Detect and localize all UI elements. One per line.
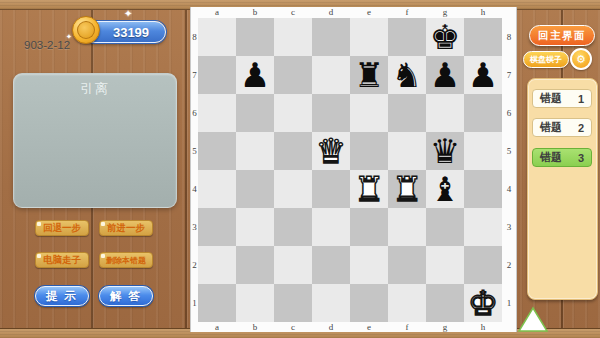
square-a2[interactable]	[198, 246, 236, 284]
file-label: b	[236, 322, 274, 332]
square-h3[interactable]	[464, 208, 502, 246]
square-c4[interactable]	[274, 170, 312, 208]
wrong-problem-label: 错题	[540, 150, 562, 165]
square-b8[interactable]	[236, 18, 274, 56]
square-a6[interactable]	[198, 94, 236, 132]
file-label: b	[236, 7, 274, 17]
square-f5[interactable]	[388, 132, 426, 170]
square-a3[interactable]	[198, 208, 236, 246]
undo-move-button[interactable]: 回退一步	[35, 220, 89, 236]
main-menu-button[interactable]: 回主界面	[529, 25, 595, 46]
square-d5[interactable]: ♛	[312, 132, 350, 170]
rank-labels-left: 87654321	[191, 18, 198, 322]
square-c1[interactable]	[274, 284, 312, 322]
square-c3[interactable]	[274, 208, 312, 246]
file-label: f	[388, 7, 426, 17]
file-label: a	[198, 7, 236, 17]
square-e2[interactable]	[350, 246, 388, 284]
square-a4[interactable]	[198, 170, 236, 208]
wrong-problem-number: 2	[578, 122, 584, 134]
puzzle-id: 903-2-12	[24, 39, 70, 51]
file-label: c	[274, 322, 312, 332]
computer-move-button[interactable]: 电脑走子	[35, 252, 89, 268]
square-d3[interactable]	[312, 208, 350, 246]
square-g7[interactable]: ♟	[426, 56, 464, 94]
square-b4[interactable]	[236, 170, 274, 208]
file-label: h	[464, 7, 502, 17]
square-h1[interactable]: ♚	[464, 284, 502, 322]
wrong-problems-tray: 错题 1 错题 2 错题 3	[527, 78, 598, 300]
rank-label: 7	[191, 56, 198, 94]
black-bishop[interactable]: ♝	[430, 170, 460, 208]
rank-label: 8	[191, 18, 198, 56]
square-b5[interactable]	[236, 132, 274, 170]
square-b1[interactable]	[236, 284, 274, 322]
square-d4[interactable]	[312, 170, 350, 208]
file-label: c	[274, 7, 312, 17]
wrong-problem-1-button[interactable]: 错题 1	[532, 89, 592, 108]
black-knight[interactable]: ♞	[392, 56, 422, 94]
answer-button[interactable]: 解 答	[99, 286, 153, 306]
gear-icon[interactable]: ⚙	[570, 48, 592, 70]
square-a8[interactable]	[198, 18, 236, 56]
file-label: g	[426, 322, 464, 332]
rank-label: 6	[191, 94, 198, 132]
square-d1[interactable]	[312, 284, 350, 322]
square-g1[interactable]	[426, 284, 464, 322]
wrong-problem-label: 错题	[540, 120, 562, 135]
board-grid: ♚♟♜♞♟♟♛♛♜♜♝♚	[198, 18, 502, 322]
hint-button[interactable]: 提 示	[35, 286, 89, 306]
square-a7[interactable]	[198, 56, 236, 94]
rank-label: 4	[191, 170, 198, 208]
app-window: 33199 ✦ ✦ 903-2-12 引离 回退一步 前进一步 电脑走子 删除本…	[0, 0, 600, 338]
forward-move-button[interactable]: 前进一步	[99, 220, 153, 236]
square-h5[interactable]	[464, 132, 502, 170]
wrong-problem-number: 3	[578, 152, 584, 164]
white-queen[interactable]: ♛	[316, 132, 346, 170]
square-d8[interactable]	[312, 18, 350, 56]
square-g6[interactable]	[426, 94, 464, 132]
rank-label: 8	[503, 18, 515, 56]
square-e3[interactable]	[350, 208, 388, 246]
square-f8[interactable]	[388, 18, 426, 56]
tactic-label: 引离	[14, 80, 176, 98]
rank-label: 1	[191, 284, 198, 322]
square-d2[interactable]	[312, 246, 350, 284]
up-triangle-icon[interactable]	[517, 306, 549, 333]
black-pawn[interactable]: ♟	[430, 56, 460, 94]
file-label: d	[312, 322, 350, 332]
white-rook[interactable]: ♜	[354, 170, 384, 208]
square-h2[interactable]	[464, 246, 502, 284]
rank-label: 5	[191, 132, 198, 170]
square-f2[interactable]	[388, 246, 426, 284]
rank-label: 2	[503, 246, 515, 284]
file-label: g	[426, 7, 464, 17]
square-b2[interactable]	[236, 246, 274, 284]
file-label: d	[312, 7, 350, 17]
square-g8[interactable]: ♚	[426, 18, 464, 56]
square-g4[interactable]: ♝	[426, 170, 464, 208]
square-h8[interactable]	[464, 18, 502, 56]
white-rook[interactable]: ♜	[392, 170, 422, 208]
square-g3[interactable]	[426, 208, 464, 246]
square-c6[interactable]	[274, 94, 312, 132]
sparkle-icon: ✦	[124, 8, 132, 19]
file-label: h	[464, 322, 502, 332]
square-h7[interactable]: ♟	[464, 56, 502, 94]
square-g5[interactable]: ♛	[426, 132, 464, 170]
square-b3[interactable]	[236, 208, 274, 246]
file-label: e	[350, 7, 388, 17]
square-d6[interactable]	[312, 94, 350, 132]
black-pawn[interactable]: ♟	[240, 56, 270, 94]
square-a1[interactable]	[198, 284, 236, 322]
file-label: a	[198, 322, 236, 332]
rank-label: 2	[191, 246, 198, 284]
black-rook[interactable]: ♜	[354, 56, 384, 94]
square-b7[interactable]: ♟	[236, 56, 274, 94]
file-labels-top: abcdefgh	[198, 7, 502, 17]
rank-label: 7	[503, 56, 515, 94]
rank-label: 4	[503, 170, 515, 208]
square-f6[interactable]	[388, 94, 426, 132]
square-e8[interactable]	[350, 18, 388, 56]
square-c8[interactable]	[274, 18, 312, 56]
wrong-problem-3-button[interactable]: 错题 3	[532, 148, 592, 167]
square-c2[interactable]	[274, 246, 312, 284]
square-b6[interactable]	[236, 94, 274, 132]
square-f4[interactable]: ♜	[388, 170, 426, 208]
square-e1[interactable]	[350, 284, 388, 322]
rank-label: 3	[503, 208, 515, 246]
square-e5[interactable]	[350, 132, 388, 170]
square-a5[interactable]	[198, 132, 236, 170]
square-e7[interactable]: ♜	[350, 56, 388, 94]
wrong-problem-number: 1	[578, 93, 584, 105]
black-pawn[interactable]: ♟	[468, 56, 498, 94]
square-f1[interactable]	[388, 284, 426, 322]
square-h6[interactable]	[464, 94, 502, 132]
coin-icon	[72, 16, 100, 44]
tactic-panel: 引离	[13, 73, 177, 208]
file-label: f	[388, 322, 426, 332]
coin-icon-inner	[77, 21, 95, 39]
rank-label: 6	[503, 94, 515, 132]
wrong-problem-2-button[interactable]: 错题 2	[532, 118, 592, 137]
square-f7[interactable]: ♞	[388, 56, 426, 94]
chess-board: abcdefgh 87654321 ♚♟♜♞♟♟♛♛♜♜♝♚ 87654321 …	[190, 7, 517, 332]
file-labels-bottom: abcdefgh	[198, 322, 502, 332]
square-c5[interactable]	[274, 132, 312, 170]
wrong-problem-label: 错题	[540, 91, 562, 106]
square-h4[interactable]	[464, 170, 502, 208]
square-g2[interactable]	[426, 246, 464, 284]
rank-label: 1	[503, 284, 515, 322]
white-king[interactable]: ♚	[468, 284, 498, 322]
black-king[interactable]: ♚	[430, 18, 460, 56]
coin-count: 33199	[101, 25, 149, 40]
file-label: e	[350, 322, 388, 332]
square-c7[interactable]	[274, 56, 312, 94]
rank-labels-right: 87654321	[503, 18, 515, 322]
square-e4[interactable]: ♜	[350, 170, 388, 208]
square-d7[interactable]	[312, 56, 350, 94]
rank-label: 3	[191, 208, 198, 246]
square-e6[interactable]	[350, 94, 388, 132]
delete-problem-button[interactable]: 删除本错题	[99, 252, 153, 268]
board-pieces-settings-button[interactable]: 棋盘棋子	[523, 51, 569, 68]
black-queen[interactable]: ♛	[430, 132, 460, 170]
rank-label: 5	[503, 132, 515, 170]
square-f3[interactable]	[388, 208, 426, 246]
